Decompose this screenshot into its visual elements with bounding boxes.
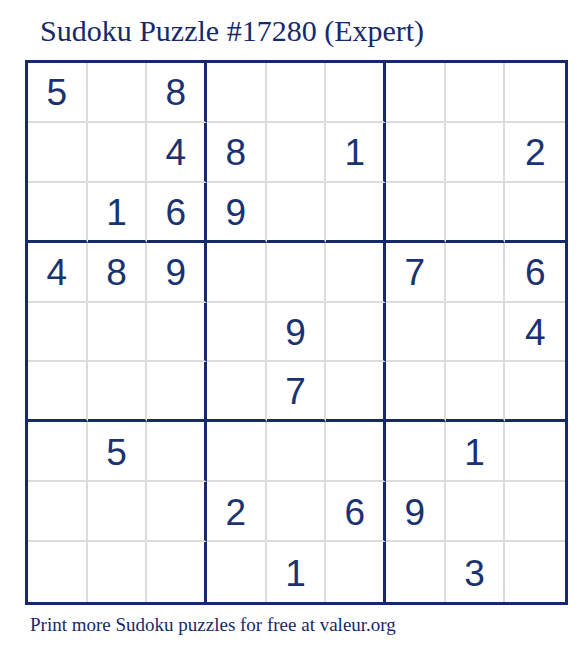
given-digit: 2 — [226, 492, 247, 531]
cell-r7c9[interactable] — [505, 422, 565, 482]
cell-r6c6[interactable] — [326, 362, 386, 422]
cell-r9c6[interactable] — [326, 542, 386, 602]
cell-r8c1[interactable] — [28, 482, 88, 542]
cell-r9c7[interactable] — [386, 542, 446, 602]
cell-r2c3[interactable]: 4 — [147, 123, 207, 183]
cell-r5c5[interactable]: 9 — [267, 303, 327, 363]
cell-r4c3[interactable]: 9 — [147, 243, 207, 303]
cell-r4c4[interactable] — [207, 243, 267, 303]
footer-text: Print more Sudoku puzzles for free at va… — [30, 614, 396, 636]
cell-r1c5[interactable] — [267, 63, 327, 123]
given-digit: 1 — [464, 432, 485, 471]
given-digit: 4 — [47, 252, 68, 291]
cell-r3c2[interactable]: 1 — [88, 183, 148, 243]
given-digit: 9 — [405, 492, 426, 531]
cell-r2c2[interactable] — [88, 123, 148, 183]
cell-r9c5[interactable]: 1 — [267, 542, 327, 602]
cell-r2c6[interactable]: 1 — [326, 123, 386, 183]
cell-r8c6[interactable]: 6 — [326, 482, 386, 542]
cell-r2c4[interactable]: 8 — [207, 123, 267, 183]
cell-r8c3[interactable] — [147, 482, 207, 542]
cell-r1c4[interactable] — [207, 63, 267, 123]
cell-r9c3[interactable] — [147, 542, 207, 602]
cell-r5c3[interactable] — [147, 303, 207, 363]
given-digit: 8 — [106, 252, 127, 291]
cell-r4c6[interactable] — [326, 243, 386, 303]
cell-r5c4[interactable] — [207, 303, 267, 363]
cell-r5c2[interactable] — [88, 303, 148, 363]
cell-r2c9[interactable]: 2 — [505, 123, 565, 183]
cell-r7c5[interactable] — [267, 422, 327, 482]
cell-r7c1[interactable] — [28, 422, 88, 482]
cell-r6c4[interactable] — [207, 362, 267, 422]
sudoku-board: 584812169489769475126913 — [25, 60, 568, 605]
cell-r8c4[interactable]: 2 — [207, 482, 267, 542]
given-digit: 4 — [165, 132, 186, 171]
given-digit: 3 — [464, 553, 485, 592]
cell-r4c2[interactable]: 8 — [88, 243, 148, 303]
cell-r3c1[interactable] — [28, 183, 88, 243]
cell-r7c4[interactable] — [207, 422, 267, 482]
cell-r9c4[interactable] — [207, 542, 267, 602]
cell-r3c7[interactable] — [386, 183, 446, 243]
cell-r3c8[interactable] — [446, 183, 506, 243]
cell-r5c7[interactable] — [386, 303, 446, 363]
cell-r8c8[interactable] — [446, 482, 506, 542]
cell-r6c5[interactable]: 7 — [267, 362, 327, 422]
cell-r9c8[interactable]: 3 — [446, 542, 506, 602]
cell-r7c2[interactable]: 5 — [88, 422, 148, 482]
cell-r5c9[interactable]: 4 — [505, 303, 565, 363]
cell-r1c3[interactable]: 8 — [147, 63, 207, 123]
cell-r6c3[interactable] — [147, 362, 207, 422]
cell-r4c8[interactable] — [446, 243, 506, 303]
cell-r7c8[interactable]: 1 — [446, 422, 506, 482]
given-digit: 6 — [344, 492, 365, 531]
cell-r6c8[interactable] — [446, 362, 506, 422]
cell-r1c8[interactable] — [446, 63, 506, 123]
cell-r8c2[interactable] — [88, 482, 148, 542]
cell-r4c7[interactable]: 7 — [386, 243, 446, 303]
given-digit: 8 — [165, 72, 186, 111]
cell-r2c7[interactable] — [386, 123, 446, 183]
given-digit: 1 — [106, 192, 127, 231]
page-title: Sudoku Puzzle #17280 (Expert) — [40, 14, 424, 48]
cell-r3c9[interactable] — [505, 183, 565, 243]
cell-r3c4[interactable]: 9 — [207, 183, 267, 243]
cell-r2c5[interactable] — [267, 123, 327, 183]
given-digit: 9 — [285, 312, 306, 351]
cell-r6c7[interactable] — [386, 362, 446, 422]
given-digit: 2 — [525, 132, 546, 171]
given-digit: 7 — [285, 371, 306, 410]
cell-r1c1[interactable]: 5 — [28, 63, 88, 123]
cell-r8c5[interactable] — [267, 482, 327, 542]
given-digit: 5 — [47, 72, 68, 111]
cell-r9c2[interactable] — [88, 542, 148, 602]
given-digit: 6 — [525, 252, 546, 291]
cell-r7c7[interactable] — [386, 422, 446, 482]
cell-r4c5[interactable] — [267, 243, 327, 303]
given-digit: 1 — [285, 553, 306, 592]
given-digit: 1 — [344, 132, 365, 171]
given-digit: 6 — [165, 192, 186, 231]
cell-r9c9[interactable] — [505, 542, 565, 602]
cell-r4c1[interactable]: 4 — [28, 243, 88, 303]
cell-r7c3[interactable] — [147, 422, 207, 482]
given-digit: 4 — [525, 312, 546, 351]
cell-r6c1[interactable] — [28, 362, 88, 422]
cell-r7c6[interactable] — [326, 422, 386, 482]
cell-r5c1[interactable] — [28, 303, 88, 363]
given-digit: 5 — [106, 432, 127, 471]
cell-r3c6[interactable] — [326, 183, 386, 243]
cell-r6c2[interactable] — [88, 362, 148, 422]
cell-r3c5[interactable] — [267, 183, 327, 243]
cell-r1c6[interactable] — [326, 63, 386, 123]
given-digit: 8 — [226, 132, 247, 171]
cell-r4c9[interactable]: 6 — [505, 243, 565, 303]
cell-r1c9[interactable] — [505, 63, 565, 123]
cell-r8c7[interactable]: 9 — [386, 482, 446, 542]
cell-r9c1[interactable] — [28, 542, 88, 602]
cell-r6c9[interactable] — [505, 362, 565, 422]
cell-r2c1[interactable] — [28, 123, 88, 183]
cell-r8c9[interactable] — [505, 482, 565, 542]
cell-r5c6[interactable] — [326, 303, 386, 363]
given-digit: 9 — [165, 252, 186, 291]
cell-r5c8[interactable] — [446, 303, 506, 363]
cell-r1c7[interactable] — [386, 63, 446, 123]
cell-r1c2[interactable] — [88, 63, 148, 123]
cell-r2c8[interactable] — [446, 123, 506, 183]
given-digit: 7 — [405, 252, 426, 291]
cell-r3c3[interactable]: 6 — [147, 183, 207, 243]
given-digit: 9 — [226, 192, 247, 231]
